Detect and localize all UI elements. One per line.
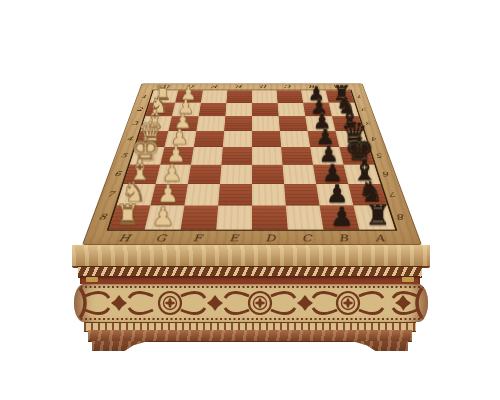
square-e2[interactable] [225,103,252,116]
piece-black-rook[interactable]: ♜ [365,201,390,229]
hinge-strip [80,276,420,284]
square-f3[interactable] [196,116,225,131]
carving-pattern [74,284,428,322]
piece-white-pawn[interactable]: ♟ [151,203,174,229]
file-label-bottom: D [252,234,289,243]
square-d4[interactable] [252,131,281,147]
square-e8[interactable] [216,206,252,230]
square-c1[interactable] [277,90,304,102]
file-label-top: D [252,84,276,88]
file-label-top: C [276,84,301,88]
square-d3[interactable] [252,116,280,131]
box-lid-edge [72,245,430,268]
piece-white-rook[interactable]: ♜ [114,201,139,229]
board-grid: ♜♟♟♜♞♟♟♞♝♟♟♝♛♟♟♛♚♟♟♚♝♟♟♝♞♟♟♞♜♟♟♜ [109,90,395,229]
square-e3[interactable] [224,116,252,131]
file-label-bottom: A [360,234,399,243]
square-f8[interactable] [180,206,218,230]
board-3d-wrapper: ♜♟♟♜♞♟♟♞♝♟♟♝♛♟♟♛♚♟♟♚♝♟♟♝♞♟♟♞♜♟♟♜ HHGGFFE… [82,0,422,245]
chess-set-photo: ♜♟♟♜♞♟♟♞♝♟♟♝♛♟♟♛♚♟♟♚♝♟♟♝♞♟♟♞♜♟♟♜ HHGGFFE… [0,0,500,400]
square-c3[interactable] [279,116,308,131]
rank-label-left: 8 [95,213,111,221]
file-label-top: E [228,84,252,88]
right-foot [352,341,408,351]
square-g8[interactable]: ♟ [145,206,185,230]
carved-medallion [159,292,181,314]
carved-medallion [249,292,271,314]
square-f6[interactable] [188,165,222,184]
square-h8[interactable]: ♜ [109,206,151,230]
file-label-bottom: G [142,234,180,243]
right-hinge [402,277,414,282]
square-d8[interactable] [252,206,288,230]
file-label-bottom: C [288,234,326,243]
square-e1[interactable] [226,90,252,102]
square-b8[interactable]: ♟ [320,206,360,230]
left-hinge [86,277,98,282]
rank-label-right: 1 [354,94,365,98]
carved-band [74,284,428,322]
square-d7[interactable] [252,184,286,205]
square-a8[interactable]: ♜ [354,206,396,230]
square-d2[interactable] [252,103,279,116]
carved-medallion [337,292,359,314]
square-f1[interactable] [201,90,228,102]
square-c4[interactable] [280,131,310,147]
square-f4[interactable] [194,131,224,147]
square-e6[interactable] [220,165,252,184]
square-e7[interactable] [218,184,252,205]
square-e4[interactable] [223,131,252,147]
rank-label-right: 8 [393,213,409,221]
rank-label-right: 7 [386,191,401,198]
square-c7[interactable] [284,184,320,205]
square-d6[interactable] [252,165,284,184]
square-d5[interactable] [252,147,283,165]
square-c8[interactable] [286,206,324,230]
rank-label-left: 7 [103,191,118,198]
base-plinth [88,330,412,342]
square-d1[interactable] [252,90,278,102]
file-label-bottom: F [178,234,216,243]
square-f7[interactable] [184,184,220,205]
piece-black-pawn[interactable]: ♟ [330,203,353,229]
square-c6[interactable] [283,165,317,184]
chess-board: ♜♟♟♜♞♟♟♞♝♟♟♝♛♟♟♛♚♟♟♚♝♟♟♝♞♟♟♞♜♟♟♜ HHGGFFE… [82,83,422,245]
playing-field-frame: ♜♟♟♜♞♟♟♞♝♟♟♝♛♟♟♛♚♟♟♚♝♟♟♝♞♟♟♞♜♟♟♜ [107,90,398,231]
square-f2[interactable] [199,103,227,116]
file-label-bottom: E [215,234,252,243]
square-c5[interactable] [281,147,313,165]
square-c2[interactable] [278,103,306,116]
file-label-bottom: H [105,234,144,243]
square-e5[interactable] [221,147,252,165]
file-label-top: F [203,84,228,88]
square-f5[interactable] [191,147,223,165]
file-label-bottom: B [324,234,362,243]
left-foot [92,341,148,351]
